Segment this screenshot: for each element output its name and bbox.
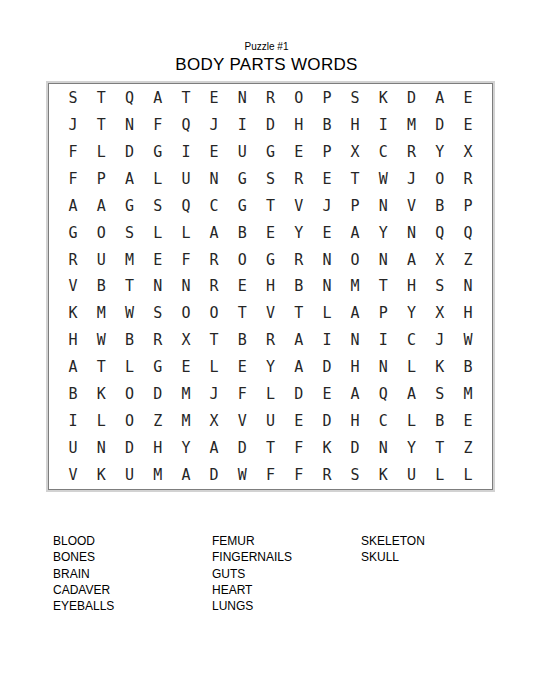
grid-cell[interactable]: A — [341, 381, 369, 408]
word-item: HEART — [212, 582, 292, 598]
grid-cell[interactable]: N — [172, 273, 200, 300]
grid-cell[interactable]: N — [313, 246, 341, 273]
grid-cell[interactable]: B — [228, 219, 256, 246]
grid-cell[interactable]: D — [426, 112, 454, 139]
grid-cell[interactable]: G — [228, 166, 256, 193]
grid-cell[interactable]: N — [115, 112, 143, 139]
word-search-page: Puzzle #1 BODY PARTS WORDS STQATENROPSKD… — [0, 0, 533, 690]
grid-cell[interactable]: B — [87, 273, 115, 300]
grid-cell[interactable]: K — [426, 354, 454, 381]
grid-cell[interactable]: S — [59, 85, 87, 112]
grid-cell[interactable]: B — [228, 327, 256, 354]
grid-cell[interactable]: D — [313, 407, 341, 434]
grid-cell[interactable]: Y — [256, 354, 284, 381]
grid-cell[interactable]: W — [228, 461, 256, 488]
word-item: BLOOD — [53, 533, 114, 549]
grid-cell[interactable]: O — [87, 219, 115, 246]
grid-cell[interactable]: M — [397, 112, 425, 139]
grid-cell[interactable]: B — [426, 192, 454, 219]
grid-cell[interactable]: N — [369, 192, 397, 219]
grid-cell[interactable]: S — [144, 192, 172, 219]
grid-cell[interactable]: A — [426, 85, 454, 112]
grid-cell[interactable]: C — [369, 139, 397, 166]
grid-cell[interactable]: J — [313, 192, 341, 219]
grid-cell[interactable]: L — [144, 166, 172, 193]
grid-cell[interactable]: N — [341, 327, 369, 354]
grid-cell[interactable]: U — [115, 461, 143, 488]
grid-cell[interactable]: W — [369, 166, 397, 193]
grid-cell[interactable]: K — [369, 85, 397, 112]
word-item: FEMUR — [212, 533, 292, 549]
puzzle-title: BODY PARTS WORDS — [0, 55, 533, 75]
grid-cell[interactable]: E — [285, 407, 313, 434]
grid-cell[interactable]: K — [87, 381, 115, 408]
word-item: LUNGS — [212, 598, 292, 614]
grid-cell[interactable]: F — [172, 246, 200, 273]
grid-cell[interactable]: P — [341, 192, 369, 219]
grid-cell[interactable]: S — [256, 166, 284, 193]
grid-cell[interactable]: J — [200, 112, 228, 139]
word-list-column: SKELETONSKULL — [361, 533, 425, 566]
word-list: BLOODBONESBRAINCADAVEREYEBALLS FEMURFING… — [0, 533, 533, 623]
grid-cell[interactable]: Q — [172, 112, 200, 139]
grid-cell[interactable]: Y — [172, 434, 200, 461]
word-item: CADAVER — [53, 582, 114, 598]
grid-cell[interactable]: F — [285, 434, 313, 461]
grid-cell[interactable]: L — [454, 461, 482, 488]
grid-cell[interactable]: P — [454, 192, 482, 219]
grid-cell[interactable]: N — [200, 166, 228, 193]
grid-cell[interactable]: Y — [369, 219, 397, 246]
grid-cell[interactable]: J — [59, 112, 87, 139]
grid-cell[interactable]: R — [285, 166, 313, 193]
grid-cell[interactable]: N — [144, 273, 172, 300]
grid-cell[interactable]: O — [115, 381, 143, 408]
grid-cell[interactable]: F — [285, 461, 313, 488]
grid-cell[interactable]: U — [256, 407, 284, 434]
grid-cell[interactable]: B — [313, 112, 341, 139]
grid-cell[interactable]: J — [397, 166, 425, 193]
grid-cell[interactable]: D — [115, 139, 143, 166]
grid-cell[interactable]: U — [397, 461, 425, 488]
grid-cell[interactable]: X — [172, 327, 200, 354]
grid-cell[interactable]: V — [59, 273, 87, 300]
grid-cell[interactable]: R — [285, 246, 313, 273]
grid-cell[interactable]: T — [200, 327, 228, 354]
grid-cell[interactable]: G — [59, 219, 87, 246]
grid-cell[interactable]: E — [285, 139, 313, 166]
grid-cell[interactable]: E — [144, 246, 172, 273]
grid-cell[interactable]: E — [200, 85, 228, 112]
grid-cell[interactable]: Y — [397, 300, 425, 327]
grid-cell[interactable]: K — [87, 461, 115, 488]
grid-cell[interactable]: Q — [426, 219, 454, 246]
grid-cell[interactable]: J — [200, 381, 228, 408]
grid-cell[interactable]: V — [397, 192, 425, 219]
grid-cell[interactable]: E — [313, 219, 341, 246]
grid-cell[interactable]: E — [228, 354, 256, 381]
grid-cell[interactable]: B — [59, 381, 87, 408]
grid-cell[interactable]: O — [172, 300, 200, 327]
grid-cell[interactable]: Y — [397, 434, 425, 461]
grid-cell[interactable]: F — [59, 139, 87, 166]
grid-cell[interactable]: J — [426, 327, 454, 354]
grid-cell[interactable]: S — [341, 85, 369, 112]
grid-cell[interactable]: M — [115, 246, 143, 273]
grid-cell[interactable]: F — [144, 112, 172, 139]
grid-cell[interactable]: T — [228, 300, 256, 327]
grid-cell[interactable]: S — [115, 219, 143, 246]
grid-cell[interactable]: U — [228, 139, 256, 166]
grid-cell[interactable]: S — [144, 300, 172, 327]
grid-cell[interactable]: C — [397, 327, 425, 354]
grid-cell[interactable]: D — [200, 461, 228, 488]
grid-cell[interactable]: M — [144, 461, 172, 488]
grid-cell[interactable]: R — [454, 166, 482, 193]
grid-cell[interactable]: N — [454, 273, 482, 300]
grid-cell[interactable]: A — [341, 300, 369, 327]
grid-cell[interactable]: H — [454, 300, 482, 327]
grid-cell[interactable]: H — [341, 407, 369, 434]
grid-cell[interactable]: A — [87, 192, 115, 219]
grid-cell[interactable]: B — [454, 354, 482, 381]
grid-cell[interactable]: K — [313, 434, 341, 461]
grid-cell[interactable]: X — [454, 139, 482, 166]
grid-cell[interactable]: Z — [144, 407, 172, 434]
grid-cell[interactable]: Q — [115, 85, 143, 112]
grid-cell[interactable]: K — [369, 461, 397, 488]
grid-cell[interactable]: A — [172, 461, 200, 488]
grid-cell[interactable]: M — [341, 273, 369, 300]
grid-cell[interactable]: Z — [454, 434, 482, 461]
grid-cell[interactable]: S — [341, 461, 369, 488]
grid-cell[interactable]: G — [144, 139, 172, 166]
grid-cell[interactable]: A — [59, 192, 87, 219]
grid-cell[interactable]: W — [454, 327, 482, 354]
grid-cell[interactable]: Q — [172, 192, 200, 219]
grid-cell[interactable]: X — [341, 139, 369, 166]
word-item: GUTS — [212, 566, 292, 582]
grid-cell[interactable]: D — [341, 434, 369, 461]
word-item: BRAIN — [53, 566, 114, 582]
grid-cell[interactable]: P — [313, 139, 341, 166]
grid-cell[interactable]: G — [144, 354, 172, 381]
grid-cell[interactable]: V — [59, 461, 87, 488]
grid-cell[interactable]: Q — [369, 381, 397, 408]
grid-cell[interactable]: E — [200, 139, 228, 166]
grid-cell[interactable]: R — [200, 273, 228, 300]
grid-cell[interactable]: O — [200, 300, 228, 327]
grid-cell[interactable]: N — [369, 434, 397, 461]
grid-cell[interactable]: Y — [285, 219, 313, 246]
grid-cell[interactable]: B — [115, 327, 143, 354]
grid-cell[interactable]: R — [397, 139, 425, 166]
word-list-column: BLOODBONESBRAINCADAVEREYEBALLS — [53, 533, 114, 614]
word-item: BONES — [53, 549, 114, 565]
grid-cell[interactable]: T — [172, 85, 200, 112]
grid-cell[interactable]: C — [369, 407, 397, 434]
grid-cell[interactable]: V — [256, 300, 284, 327]
grid-cell[interactable]: H — [256, 273, 284, 300]
grid-cell[interactable]: L — [426, 461, 454, 488]
grid-cell[interactable]: A — [144, 85, 172, 112]
grid-cell[interactable]: U — [87, 246, 115, 273]
grid-cell[interactable]: T — [115, 273, 143, 300]
grid-cell[interactable]: E — [228, 273, 256, 300]
grid-cell[interactable]: N — [228, 85, 256, 112]
grid-cell[interactable]: L — [200, 354, 228, 381]
grid-cell[interactable]: O — [341, 246, 369, 273]
grid-cell[interactable]: E — [454, 85, 482, 112]
grid-cell[interactable]: R — [313, 461, 341, 488]
grid-cell[interactable]: L — [87, 139, 115, 166]
word-item: SKULL — [361, 549, 425, 565]
word-item: EYEBALLS — [53, 598, 114, 614]
grid-cell[interactable]: M — [172, 407, 200, 434]
grid-cell[interactable]: D — [144, 381, 172, 408]
grid-cell[interactable]: D — [256, 112, 284, 139]
grid-cell[interactable]: N — [87, 434, 115, 461]
grid-cell[interactable]: A — [285, 354, 313, 381]
grid-cell[interactable]: U — [172, 166, 200, 193]
grid-cell[interactable]: E — [454, 407, 482, 434]
grid-cell[interactable]: G — [256, 139, 284, 166]
grid-cell[interactable]: T — [256, 434, 284, 461]
grid-cell[interactable]: X — [426, 300, 454, 327]
grid-cell[interactable]: D — [115, 434, 143, 461]
grid-cell[interactable]: I — [172, 139, 200, 166]
grid-cell[interactable]: T — [341, 166, 369, 193]
grid-cell[interactable]: E — [256, 219, 284, 246]
word-list-column: FEMURFINGERNAILSGUTSHEARTLUNGS — [212, 533, 292, 614]
grid-cell[interactable]: H — [397, 273, 425, 300]
grid-cell[interactable]: B — [285, 273, 313, 300]
grid-cell[interactable]: Q — [454, 219, 482, 246]
grid-cell[interactable]: L — [313, 300, 341, 327]
grid-cell[interactable]: L — [172, 219, 200, 246]
grid-cell[interactable]: N — [397, 219, 425, 246]
grid-cell[interactable]: H — [341, 112, 369, 139]
grid-cell[interactable]: A — [115, 166, 143, 193]
grid-cell[interactable]: I — [228, 112, 256, 139]
grid-cell[interactable]: T — [87, 112, 115, 139]
grid-cell[interactable]: B — [426, 407, 454, 434]
grid-cell[interactable]: M — [172, 381, 200, 408]
grid-cell[interactable]: T — [256, 192, 284, 219]
grid-cell[interactable]: F — [256, 461, 284, 488]
grid-cell[interactable]: A — [200, 434, 228, 461]
grid-cell[interactable]: T — [87, 354, 115, 381]
grid-cell[interactable]: P — [87, 166, 115, 193]
grid-cell[interactable]: R — [256, 85, 284, 112]
grid-cell[interactable]: N — [313, 273, 341, 300]
grid-cell[interactable]: O — [228, 246, 256, 273]
grid-cell[interactable]: X — [426, 246, 454, 273]
grid-cell[interactable]: E — [454, 112, 482, 139]
word-item: FINGERNAILS — [212, 549, 292, 565]
grid-cell[interactable]: T — [285, 300, 313, 327]
grid-cell[interactable]: P — [313, 85, 341, 112]
grid-cell[interactable]: I — [369, 112, 397, 139]
grid-cell[interactable]: F — [228, 381, 256, 408]
grid-cell[interactable]: E — [313, 166, 341, 193]
grid-cell[interactable]: H — [341, 354, 369, 381]
grid-cell[interactable]: E — [313, 381, 341, 408]
grid-cell[interactable]: P — [369, 300, 397, 327]
grid-cell[interactable]: O — [285, 85, 313, 112]
grid-cell[interactable]: H — [144, 434, 172, 461]
letter-grid: STQATENROPSKDAEJTNFQJIDHBHIMDEFLDGIEUGEP… — [48, 83, 493, 490]
grid-cell[interactable]: I — [313, 327, 341, 354]
grid-cell[interactable]: D — [313, 354, 341, 381]
grid-cell[interactable]: U — [59, 434, 87, 461]
grid-cell[interactable]: R — [200, 246, 228, 273]
grid-cell[interactable]: D — [285, 381, 313, 408]
grid-cell[interactable]: V — [285, 192, 313, 219]
grid-cell[interactable]: W — [87, 327, 115, 354]
grid-cell[interactable]: R — [144, 327, 172, 354]
grid-cell[interactable]: L — [397, 407, 425, 434]
grid-cell[interactable]: S — [426, 381, 454, 408]
puzzle-number: Puzzle #1 — [0, 41, 533, 52]
grid-cell[interactable]: L — [397, 354, 425, 381]
grid-cell[interactable]: I — [369, 327, 397, 354]
grid-cell[interactable]: N — [369, 246, 397, 273]
grid-cell[interactable]: G — [256, 246, 284, 273]
grid-cell[interactable]: R — [59, 246, 87, 273]
grid-cell[interactable]: Z — [454, 246, 482, 273]
grid-cell[interactable]: M — [454, 381, 482, 408]
grid-cell[interactable]: A — [285, 327, 313, 354]
word-item: SKELETON — [361, 533, 425, 549]
grid-cell[interactable]: T — [369, 273, 397, 300]
grid-cell[interactable]: X — [200, 407, 228, 434]
grid-cell[interactable]: H — [59, 327, 87, 354]
grid-cell[interactable]: O — [426, 166, 454, 193]
grid-cell[interactable]: T — [426, 434, 454, 461]
grid-cell[interactable]: S — [426, 273, 454, 300]
grid-cell[interactable]: A — [59, 354, 87, 381]
grid-cell[interactable]: R — [256, 327, 284, 354]
grid-cell[interactable]: G — [115, 192, 143, 219]
grid-cell[interactable]: G — [228, 192, 256, 219]
grid-cell[interactable]: O — [115, 407, 143, 434]
grid-cell[interactable]: A — [200, 219, 228, 246]
grid-cell[interactable]: W — [115, 300, 143, 327]
grid-cell[interactable]: L — [256, 381, 284, 408]
grid-cell[interactable]: L — [115, 354, 143, 381]
grid-cell[interactable]: M — [87, 300, 115, 327]
grid-cell[interactable]: T — [87, 85, 115, 112]
grid-cell[interactable]: F — [59, 166, 87, 193]
grid-cell[interactable]: K — [59, 300, 87, 327]
grid-cell[interactable]: D — [397, 85, 425, 112]
grid-cell[interactable]: L — [87, 407, 115, 434]
grid-cell[interactable]: E — [172, 354, 200, 381]
grid-cell[interactable]: A — [397, 381, 425, 408]
grid-cell[interactable]: N — [369, 354, 397, 381]
grid-cell[interactable]: L — [144, 219, 172, 246]
grid-cell[interactable]: Y — [426, 139, 454, 166]
grid-cell[interactable]: I — [59, 407, 87, 434]
grid-cell[interactable]: A — [341, 219, 369, 246]
grid-cell[interactable]: A — [397, 246, 425, 273]
grid-cell[interactable]: H — [285, 112, 313, 139]
grid-cell[interactable]: V — [228, 407, 256, 434]
grid-cell[interactable]: C — [200, 192, 228, 219]
grid-cell[interactable]: D — [228, 434, 256, 461]
